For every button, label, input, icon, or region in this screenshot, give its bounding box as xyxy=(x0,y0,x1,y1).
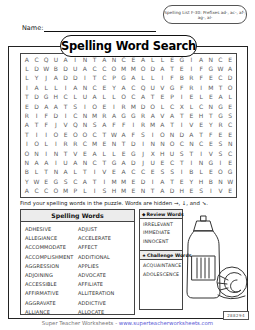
word-list-item: ADVOCATE xyxy=(78,271,131,280)
grid-cell: T xyxy=(90,177,100,186)
grid-cell: W xyxy=(41,64,51,73)
grid-cell: N xyxy=(51,149,61,158)
grid-cell: F xyxy=(177,83,187,92)
grid-cell: R xyxy=(138,121,148,130)
word-list-item: AFFECT xyxy=(78,243,131,252)
grid-cell: C xyxy=(138,168,148,177)
word-list-item: AFFILIATE xyxy=(78,280,131,289)
instructions-text: Find your spelling words in the puzzle. … xyxy=(20,200,242,206)
grid-cell: A xyxy=(22,121,32,130)
grid-cell: L xyxy=(138,74,148,83)
grid-cell: A xyxy=(51,102,61,111)
grid-cell: A xyxy=(148,111,158,120)
word-list-item: ADDICTIVE xyxy=(78,299,131,308)
grid-cell: E xyxy=(225,187,235,196)
grid-cell: G xyxy=(216,102,226,111)
grid-cell: I xyxy=(187,64,197,73)
grid-cell: A xyxy=(70,158,80,167)
grid-cell: L xyxy=(22,64,32,73)
grid-cell: R xyxy=(187,83,197,92)
grid-cell: N xyxy=(187,140,197,149)
grid-cell: N xyxy=(216,177,226,186)
grid-cell: C xyxy=(216,74,226,83)
grid-cell: L xyxy=(99,149,109,158)
grid-cell: E xyxy=(206,140,216,149)
grid-cell: W xyxy=(32,177,42,186)
grid-cell: I xyxy=(158,74,168,83)
grid-cell: D xyxy=(225,74,235,83)
grid-cell: O xyxy=(158,130,168,139)
grid-cell: C xyxy=(90,158,100,167)
grid-cell: A xyxy=(90,149,100,158)
grid-cell: N xyxy=(167,130,177,139)
grid-cell: H xyxy=(196,111,206,120)
grid-cell: A xyxy=(119,130,129,139)
grid-cell: A xyxy=(90,93,100,102)
grid-cell: Q xyxy=(41,55,51,64)
grid-cell: E xyxy=(177,64,187,73)
grid-cell: T xyxy=(177,158,187,167)
grid-cell: I xyxy=(128,121,138,130)
grid-cell: I xyxy=(32,111,42,120)
word-list-item: ALLITERATION xyxy=(78,289,131,298)
spelling-words-column-2: ADJUSTACCELERATEAFFECTADDITIONALAPPLIESA… xyxy=(78,225,131,317)
grid-cell: A xyxy=(216,93,226,102)
grid-cell: R xyxy=(119,102,129,111)
grid-cell: S xyxy=(61,177,71,186)
name-blank-line xyxy=(44,31,156,32)
grid-cell: L xyxy=(196,93,206,102)
grid-cell: B xyxy=(187,168,197,177)
grid-cell: M xyxy=(148,121,158,130)
grid-cell: V xyxy=(206,149,216,158)
spelling-words-columns: ADHESIVEALLEGIANCEACCOMMODATEACCOMPLISHM… xyxy=(21,222,134,317)
spelling-words-box: Spelling Words ADHESIVEALLEGIANCEACCOMMO… xyxy=(20,209,135,315)
grid-cell: T xyxy=(61,149,71,158)
grid-cell: L xyxy=(187,102,197,111)
grid-cell: S xyxy=(99,187,109,196)
grid-cell: L xyxy=(70,168,80,177)
grid-cell: H xyxy=(109,187,119,196)
grid-cell: E xyxy=(80,149,90,158)
grid-cell: D xyxy=(51,111,61,120)
grid-cell: F xyxy=(41,121,51,130)
grid-cell: L xyxy=(148,74,158,83)
grid-cell: N xyxy=(22,158,32,167)
grid-cell: C xyxy=(128,93,138,102)
grid-cell: E xyxy=(177,177,187,186)
grid-cell: T xyxy=(167,177,177,186)
grid-cell: L xyxy=(22,74,32,83)
grid-cell: A xyxy=(32,158,42,167)
grid-cell: M xyxy=(90,140,100,149)
grid-cell: I xyxy=(90,168,100,177)
grid-cell: I xyxy=(177,93,187,102)
grid-cell: A xyxy=(158,177,168,186)
grid-cell: E xyxy=(99,102,109,111)
grid-cell: T xyxy=(167,64,177,73)
grid-cell: C xyxy=(177,140,187,149)
glue-bottle-cap xyxy=(194,221,213,231)
grid-cell: I xyxy=(41,130,51,139)
grid-cell: T xyxy=(90,74,100,83)
grid-cell: C xyxy=(167,158,177,167)
grid-cell: S xyxy=(167,168,177,177)
grid-cell: E xyxy=(61,130,71,139)
word-list-item: ACCOMMODATE xyxy=(25,243,78,252)
word-list-item: ADOLESCENCE xyxy=(143,271,180,279)
grid-cell: A xyxy=(22,55,32,64)
grid-cell: L xyxy=(41,83,51,92)
grid-cell: M xyxy=(119,64,129,73)
grid-cell: O xyxy=(90,102,100,111)
grid-cell: O xyxy=(216,168,226,177)
name-label: Name: xyxy=(22,24,43,32)
grid-cell: T xyxy=(61,102,71,111)
word-list-item: ADDITIONAL xyxy=(78,253,131,262)
grid-cell: Q xyxy=(70,121,80,130)
glue-bottle-and-shell-illustration xyxy=(182,210,248,314)
grid-cell: E xyxy=(225,55,235,64)
grid-cell: T xyxy=(80,168,90,177)
grid-cell: I xyxy=(51,140,61,149)
grid-cell: A xyxy=(167,111,177,120)
grid-cell: F xyxy=(206,130,216,139)
grid-cell: R xyxy=(187,74,197,83)
grid-cell: V xyxy=(158,111,168,120)
glue-bottle-label xyxy=(192,256,215,280)
grid-cell: I xyxy=(51,158,61,167)
grid-cell: C xyxy=(167,102,177,111)
grid-cell: V xyxy=(61,121,71,130)
grid-cell: D xyxy=(32,64,42,73)
grid-cell: A xyxy=(119,168,129,177)
grid-cell: A xyxy=(187,130,197,139)
grid-cell: R xyxy=(216,121,226,130)
grid-cell: U xyxy=(148,83,158,92)
grid-cell: U xyxy=(61,158,71,167)
grid-cell: O xyxy=(51,187,61,196)
grid-cell: V xyxy=(99,168,109,177)
grid-cell: A xyxy=(225,64,235,73)
shell-spiral xyxy=(224,273,241,293)
word-list-item: INNOCENT xyxy=(143,238,180,246)
spelling-words-column-1: ADHESIVEALLEGIANCEACCOMMODATEACCOMPLISHM… xyxy=(25,225,78,317)
grid-cell: C xyxy=(61,93,71,102)
grid-cell: A xyxy=(70,83,80,92)
grid-cell: T xyxy=(99,130,109,139)
grid-cell: I xyxy=(22,140,32,149)
grid-cell: D xyxy=(32,102,42,111)
grid-cell: F xyxy=(196,64,206,73)
grid-cell: W xyxy=(109,130,119,139)
spelling-list-badge: Spelling List F-30: Prefixes ad-, ac-, a… xyxy=(163,5,247,24)
grid-cell: L xyxy=(109,93,119,102)
grid-cell: N xyxy=(80,83,90,92)
grid-cell: E xyxy=(41,177,51,186)
grid-cell: G xyxy=(109,158,119,167)
grid-cell: O xyxy=(109,64,119,73)
grid-cell: M xyxy=(206,83,216,92)
grid-cell: S xyxy=(90,121,100,130)
grid-cell: E xyxy=(206,93,216,102)
review-words-header: ◆ Review Words xyxy=(140,210,182,219)
grid-cell: L xyxy=(99,93,109,102)
grid-cell: L xyxy=(51,83,61,92)
grid-cell: U xyxy=(51,55,61,64)
grid-cell: D xyxy=(138,102,148,111)
grid-cell: G xyxy=(216,111,226,120)
grid-cell: V xyxy=(70,149,80,158)
grid-cell: E xyxy=(196,121,206,130)
grid-cell: C xyxy=(90,83,100,92)
grid-cell: L xyxy=(80,187,90,196)
grid-cell: T xyxy=(119,140,129,149)
grid-cell: T xyxy=(22,130,32,139)
grid-cell: A xyxy=(41,102,51,111)
grid-cell: N xyxy=(148,140,158,149)
grid-cell: N xyxy=(158,140,168,149)
grid-cell: L xyxy=(196,168,206,177)
grid-cell: I xyxy=(216,158,226,167)
grid-cell: S xyxy=(70,102,80,111)
grid-cell: L xyxy=(109,149,119,158)
grid-cell: O xyxy=(32,140,42,149)
grid-cell: W xyxy=(216,64,226,73)
grid-cell: O xyxy=(51,130,61,139)
grid-cell: A xyxy=(99,121,109,130)
grid-cell: T xyxy=(22,93,32,102)
grid-cell: Y xyxy=(187,177,197,186)
grid-cell: U xyxy=(148,158,158,167)
grid-cell: I xyxy=(90,187,100,196)
grid-cell: A xyxy=(119,158,129,167)
grid-cell: M xyxy=(119,177,129,186)
grid-cell: H xyxy=(158,149,168,158)
word-list-item: ALLOCATE xyxy=(78,308,131,317)
grid-cell: A xyxy=(80,64,90,73)
grid-cell: T xyxy=(216,83,226,92)
grid-cell: G xyxy=(119,111,129,120)
grid-cell: G xyxy=(128,149,138,158)
grid-cell: O xyxy=(148,102,158,111)
grid-cell: T xyxy=(99,158,109,167)
grid-cell: A xyxy=(32,83,42,92)
grid-cell: E xyxy=(187,187,197,196)
grid-cell: J xyxy=(138,158,148,167)
spelling-list-badge-line2: ag-, al- xyxy=(198,15,213,20)
grid-cell: U xyxy=(167,149,177,158)
grid-cell: N xyxy=(138,187,148,196)
grid-cell: G xyxy=(225,168,235,177)
grid-cell: D xyxy=(148,64,158,73)
grid-cell: E xyxy=(225,158,235,167)
grid-cell: X xyxy=(148,149,158,158)
grid-cell: S xyxy=(158,168,168,177)
grid-cell: R xyxy=(61,140,71,149)
word-list-item: AGGRESSION xyxy=(25,262,78,271)
grid-cell: M xyxy=(128,64,138,73)
grid-cell: E xyxy=(187,93,197,102)
grid-cell: G xyxy=(128,111,138,120)
grid-cell: E xyxy=(225,130,235,139)
grid-cell: E xyxy=(128,177,138,186)
grid-cell: N xyxy=(51,168,61,177)
grid-cell: S xyxy=(138,130,148,139)
grid-cell: V xyxy=(216,187,226,196)
grid-cell: A xyxy=(61,168,71,177)
word-list-item: ADJUST xyxy=(78,225,131,234)
grid-cell: C xyxy=(70,111,80,120)
footer-site-url: www.superteacherworksheets.com xyxy=(119,320,213,326)
grid-cell: N xyxy=(196,158,206,167)
grid-cell: D xyxy=(128,140,138,149)
grid-cell: J xyxy=(41,74,51,83)
grid-cell: T xyxy=(148,93,158,102)
grid-cell: V xyxy=(158,83,168,92)
grid-cell: O xyxy=(22,149,32,158)
grid-cell: M xyxy=(90,111,100,120)
grid-cell: L xyxy=(70,93,80,102)
grid-cell: I xyxy=(206,187,216,196)
grid-cell: P xyxy=(70,187,80,196)
grid-cell: O xyxy=(167,140,177,149)
grid-cell: L xyxy=(158,102,168,111)
grid-cell: Q xyxy=(138,83,148,92)
grid-cell: N xyxy=(80,111,90,120)
grid-cell: I xyxy=(61,111,71,120)
grid-cell: D xyxy=(177,130,187,139)
grid-cell: C xyxy=(32,55,42,64)
grid-cell: A xyxy=(80,177,90,186)
grid-cell: T xyxy=(32,121,42,130)
grid-cell: Y xyxy=(206,121,216,130)
grid-cell: G xyxy=(206,64,216,73)
grid-cell: I xyxy=(99,177,109,186)
grid-cell: A xyxy=(158,187,168,196)
grid-cell: C xyxy=(128,168,138,177)
grid-cell: C xyxy=(90,130,100,139)
grid-cell: G xyxy=(41,93,51,102)
word-list-item: ACCOMPLISHMENT xyxy=(25,253,78,262)
grid-cell: E xyxy=(206,168,216,177)
grid-cell: T xyxy=(148,187,158,196)
grid-cell: D xyxy=(61,74,71,83)
grid-cell: R xyxy=(138,111,148,120)
grid-cell: H xyxy=(196,177,206,186)
grid-cell: D xyxy=(128,158,138,167)
review-words-header-label: Review Words xyxy=(146,212,183,217)
grid-cell: A xyxy=(41,158,51,167)
word-list-item: ADHESIVE xyxy=(25,225,78,234)
grid-cell: L xyxy=(41,140,51,149)
grid-cell: E xyxy=(99,83,109,92)
grid-cell: I xyxy=(148,130,158,139)
grid-cell: T xyxy=(187,149,197,158)
grid-cell: A xyxy=(158,64,168,73)
grid-cell: T xyxy=(41,168,51,177)
grid-cell: H xyxy=(51,93,61,102)
grid-cell: E xyxy=(216,130,226,139)
grid-cell: N xyxy=(206,55,216,64)
grid-cell: I xyxy=(80,102,90,111)
grid-cell: I xyxy=(109,102,119,111)
grid-cell: I xyxy=(22,83,32,92)
grid-cell: L xyxy=(32,168,42,177)
grid-cell: H xyxy=(177,187,187,196)
grid-cell: N xyxy=(80,121,90,130)
spelling-words-header: Spelling Words xyxy=(21,210,134,222)
grid-cell: I xyxy=(32,130,42,139)
grid-cell: C xyxy=(225,149,235,158)
grid-cell: F xyxy=(119,121,129,130)
word-list-item: APPLIES xyxy=(78,262,131,271)
grid-cell: E xyxy=(128,187,138,196)
grid-cell: N xyxy=(225,140,235,149)
grid-cell: V xyxy=(187,121,197,130)
grid-cell: J xyxy=(138,149,148,158)
grid-cell: L xyxy=(225,93,235,102)
grid-cell: E xyxy=(158,93,168,102)
grid-cell: S xyxy=(177,149,187,158)
grid-cell: D xyxy=(167,187,177,196)
grid-cell: C xyxy=(32,187,42,196)
grid-cell: T xyxy=(177,111,187,120)
grid-cell: I xyxy=(80,74,90,83)
review-words-list: IRRELEVANTIMMEDIATEINNOCENT xyxy=(140,219,182,247)
grid-cell: A xyxy=(51,74,61,83)
grid-cell: I xyxy=(196,149,206,158)
word-list-item: ALLEGIANCE xyxy=(25,234,78,243)
grid-cell: B xyxy=(177,74,187,83)
page-title: Spelling Word Search xyxy=(61,39,196,53)
grid-cell: M xyxy=(128,102,138,111)
grid-cell: C xyxy=(225,121,235,130)
word-list-item: ALLIANCE xyxy=(25,308,78,317)
stamp-box: 288294 xyxy=(223,311,249,320)
grid-cell: P xyxy=(167,93,177,102)
grid-cell: A xyxy=(138,93,148,102)
grid-cell: S xyxy=(216,140,226,149)
grid-cell: B xyxy=(51,64,61,73)
grid-cell: M xyxy=(109,177,119,186)
grid-cell: T xyxy=(196,130,206,139)
grid-cell: C xyxy=(216,55,226,64)
word-list-item: AFFIRMATIVE xyxy=(25,289,78,298)
grid-cell: A xyxy=(22,187,32,196)
grid-cell: I xyxy=(177,168,187,177)
grid-cell: C xyxy=(128,83,138,92)
grid-cell: F xyxy=(196,74,206,83)
grid-cell: O xyxy=(80,130,90,139)
grid-cell: G xyxy=(119,74,129,83)
grid-cell: Y xyxy=(22,177,32,186)
grid-cell: A xyxy=(128,74,138,83)
grid-cell: Y xyxy=(109,83,119,92)
grid-cell: I xyxy=(187,158,197,167)
grid-cell: D xyxy=(32,93,42,102)
grid-cell: E xyxy=(99,140,109,149)
grid-cell: I xyxy=(138,140,148,149)
grid-cell: A xyxy=(119,83,129,92)
grid-cell: T xyxy=(167,121,177,130)
grid-cell: C xyxy=(41,187,51,196)
grid-cell: S xyxy=(225,111,235,120)
grid-cell: G xyxy=(51,177,61,186)
grid-cell: D xyxy=(70,74,80,83)
grid-cell: E xyxy=(119,149,129,158)
grid-cell: D xyxy=(61,64,71,73)
